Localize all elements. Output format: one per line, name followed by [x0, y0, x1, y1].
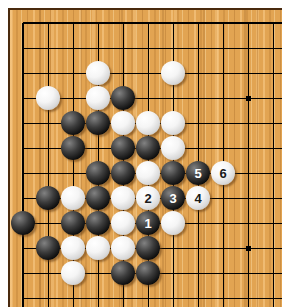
- black-stone[interactable]: [36, 236, 60, 260]
- white-stone[interactable]: [111, 186, 135, 210]
- black-stone[interactable]: [11, 211, 35, 235]
- black-stone[interactable]: [36, 186, 60, 210]
- black-stone[interactable]: [61, 136, 85, 160]
- grid-line-h: [23, 73, 282, 74]
- grid-line-h: [23, 22, 282, 24]
- white-stone[interactable]: [111, 211, 135, 235]
- black-stone[interactable]: [136, 136, 160, 160]
- grid-line-v: [22, 23, 24, 307]
- white-stone[interactable]: [161, 136, 185, 160]
- star-point: [246, 246, 251, 251]
- black-stone[interactable]: [86, 111, 110, 135]
- white-stone[interactable]: [36, 86, 60, 110]
- black-stone-move-5[interactable]: 5: [186, 161, 210, 185]
- grid-line-v: [273, 23, 274, 307]
- black-stone[interactable]: [61, 111, 85, 135]
- grid-line-h: [23, 98, 282, 99]
- white-stone[interactable]: [161, 211, 185, 235]
- white-stone[interactable]: [111, 111, 135, 135]
- grid-line-h: [23, 298, 282, 299]
- white-stone[interactable]: [61, 236, 85, 260]
- white-stone[interactable]: [61, 186, 85, 210]
- white-stone[interactable]: [161, 111, 185, 135]
- white-stone[interactable]: [86, 86, 110, 110]
- black-stone[interactable]: [86, 161, 110, 185]
- black-stone[interactable]: [136, 236, 160, 260]
- grid-line-v: [248, 23, 249, 307]
- black-stone[interactable]: [86, 186, 110, 210]
- move-number-label: 3: [169, 192, 176, 205]
- white-stone[interactable]: [86, 236, 110, 260]
- black-stone[interactable]: [111, 261, 135, 285]
- black-stone[interactable]: [111, 86, 135, 110]
- black-stone[interactable]: [161, 161, 185, 185]
- black-stone-move-3[interactable]: 3: [161, 186, 185, 210]
- black-stone-move-1[interactable]: 1: [136, 211, 160, 235]
- move-number-label: 5: [194, 167, 201, 180]
- white-stone[interactable]: [136, 111, 160, 135]
- go-diagram-screenshot: 562341: [0, 0, 282, 307]
- grid-line-h: [23, 48, 282, 49]
- white-stone[interactable]: [161, 61, 185, 85]
- white-stone[interactable]: [111, 236, 135, 260]
- black-stone[interactable]: [86, 211, 110, 235]
- move-number-label: 1: [144, 217, 151, 230]
- go-board[interactable]: 562341: [8, 8, 282, 307]
- white-stone[interactable]: [61, 261, 85, 285]
- white-stone-move-2[interactable]: 2: [136, 186, 160, 210]
- black-stone[interactable]: [111, 136, 135, 160]
- white-stone-move-6[interactable]: 6: [211, 161, 235, 185]
- black-stone[interactable]: [136, 261, 160, 285]
- black-stone[interactable]: [61, 211, 85, 235]
- move-number-label: 6: [219, 167, 226, 180]
- move-number-label: 2: [144, 192, 151, 205]
- star-point: [246, 96, 251, 101]
- white-stone[interactable]: [86, 61, 110, 85]
- grid-line-v: [48, 23, 49, 307]
- move-number-label: 4: [194, 192, 201, 205]
- white-stone[interactable]: [136, 161, 160, 185]
- black-stone[interactable]: [111, 161, 135, 185]
- white-stone-move-4[interactable]: 4: [186, 186, 210, 210]
